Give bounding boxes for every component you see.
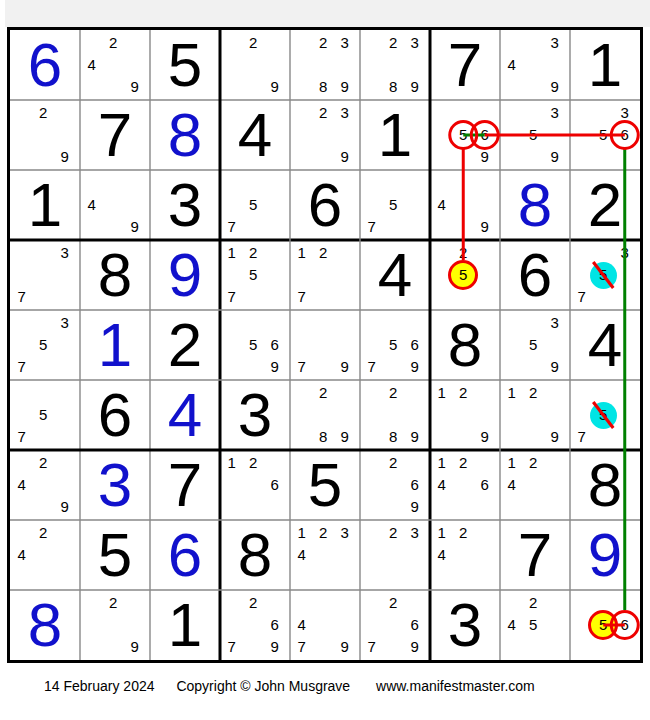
cell-r9c7[interactable]: 3 (430, 590, 500, 660)
cell-r2c3[interactable]: 8 (150, 100, 220, 170)
digit-solved: 8 (10, 590, 80, 660)
candidate-7: 7 (12, 357, 32, 377)
candidate-2: 2 (383, 453, 403, 473)
candidate-9: 9 (55, 147, 75, 167)
candidate-8: 8 (313, 427, 333, 447)
candidate-3: 3 (405, 523, 425, 543)
cell-r3c6[interactable]: 57 (360, 170, 430, 240)
candidate-5: 5 (453, 265, 473, 285)
digit-given: 8 (220, 520, 290, 590)
cell-r2c8[interactable]: 359 (500, 100, 570, 170)
candidate-5: 5 (523, 615, 543, 635)
cell-r7c9[interactable]: 8 (570, 450, 640, 520)
candidate-9: 9 (265, 357, 285, 377)
candidate-9: 9 (335, 77, 355, 97)
digit-given: 4 (220, 100, 290, 170)
cell-r4c9[interactable]: 357 (570, 240, 640, 310)
candidate-9: 9 (405, 497, 425, 517)
candidate-5: 5 (33, 405, 53, 425)
cell-r5c5[interactable]: 79 (290, 310, 360, 380)
digit-given: 2 (570, 170, 640, 240)
candidate-3: 3 (545, 103, 565, 123)
candidate-4: 4 (502, 475, 522, 495)
candidate-2: 2 (453, 383, 473, 403)
candidate-2: 2 (243, 33, 263, 53)
footer-date: 14 February 2024 (44, 678, 155, 694)
digit-solved: 8 (500, 170, 570, 240)
candidate-2: 2 (243, 453, 263, 473)
digit-given: 3 (430, 590, 500, 660)
digit-solved: 9 (150, 240, 220, 310)
candidate-4: 4 (502, 55, 522, 75)
digit-given: 7 (500, 520, 570, 590)
candidate-2: 2 (313, 33, 333, 53)
candidate-9: 9 (265, 637, 285, 657)
candidate-9: 9 (335, 147, 355, 167)
candidate-2: 2 (453, 453, 473, 473)
candidate-3: 3 (55, 313, 75, 333)
footer-copyright: Copyright © John Musgrave (176, 678, 350, 694)
candidate-1: 1 (502, 453, 522, 473)
digit-solved: 6 (10, 30, 80, 100)
candidate-2: 2 (33, 523, 53, 543)
cell-r7c6[interactable]: 269 (360, 450, 430, 520)
candidate-2: 2 (243, 593, 263, 613)
cell-r7c1[interactable]: 249 (10, 450, 80, 520)
candidate-7: 7 (292, 287, 312, 307)
digit-given: 3 (150, 170, 220, 240)
candidate-9: 9 (335, 357, 355, 377)
cell-r6c9[interactable]: 57 (570, 380, 640, 450)
candidate-9: 9 (125, 637, 145, 657)
candidate-8: 8 (383, 427, 403, 447)
cell-r4c6[interactable]: 4 (360, 240, 430, 310)
candidate-1: 1 (222, 453, 242, 473)
top-strip (5, 0, 650, 27)
cell-r6c4[interactable]: 3 (220, 380, 290, 450)
cell-r1c7[interactable]: 7 (430, 30, 500, 100)
candidate-4: 4 (432, 545, 452, 565)
cell-r8c8[interactable]: 7 (500, 520, 570, 590)
candidate-1: 1 (292, 243, 312, 263)
candidate-4: 4 (82, 55, 102, 75)
candidate-4: 4 (502, 615, 522, 635)
cell-r5c8[interactable]: 359 (500, 310, 570, 380)
candidate-6: 6 (405, 475, 425, 495)
cell-r1c4[interactable]: 29 (220, 30, 290, 100)
digit-given: 5 (290, 450, 360, 520)
candidate-5: 5 (243, 195, 263, 215)
footer: 14 February 2024 Copyright © John Musgra… (44, 678, 535, 694)
candidate-7: 7 (572, 287, 592, 307)
candidate-5: 5 (383, 195, 403, 215)
candidate-9: 9 (55, 497, 75, 517)
candidate-1: 1 (432, 453, 452, 473)
digit-solved: 6 (150, 520, 220, 590)
cell-r2c7[interactable]: 569 (430, 100, 500, 170)
cell-r9c3[interactable]: 1 (150, 590, 220, 660)
digit-solved: 4 (150, 380, 220, 450)
candidate-3: 3 (335, 103, 355, 123)
candidate-9: 9 (475, 147, 495, 167)
candidate-4: 4 (12, 475, 32, 495)
cell-r6c8[interactable]: 129 (500, 380, 570, 450)
digit-given: 7 (80, 100, 150, 170)
digit-given: 6 (500, 240, 570, 310)
candidate-2: 2 (523, 383, 543, 403)
cell-r5c3[interactable]: 2 (150, 310, 220, 380)
cell-r8c4[interactable]: 8 (220, 520, 290, 590)
cell-r2c6[interactable]: 1 (360, 100, 430, 170)
digit-given: 6 (80, 380, 150, 450)
candidate-2: 2 (453, 523, 473, 543)
digit-solved: 1 (80, 310, 150, 380)
candidate-3: 3 (335, 523, 355, 543)
cell-r6c5[interactable]: 289 (290, 380, 360, 450)
cell-r2c1[interactable]: 29 (10, 100, 80, 170)
cell-r9c2[interactable]: 29 (80, 590, 150, 660)
digit-given: 4 (570, 310, 640, 380)
candidate-7: 7 (362, 217, 382, 237)
candidate-6: 6 (265, 335, 285, 355)
digit-given: 7 (430, 30, 500, 100)
candidate-2: 2 (313, 523, 333, 543)
candidate-6: 6 (475, 475, 495, 495)
cell-r4c2[interactable]: 8 (80, 240, 150, 310)
digit-given: 5 (80, 520, 150, 590)
footer-website: www.manifestmaster.com (376, 678, 535, 694)
digit-solved: 8 (150, 100, 220, 170)
cell-r3c5[interactable]: 6 (290, 170, 360, 240)
cell-r9c5[interactable]: 479 (290, 590, 360, 660)
cell-r4c8[interactable]: 6 (500, 240, 570, 310)
cell-r9c4[interactable]: 2679 (220, 590, 290, 660)
candidate-9: 9 (545, 427, 565, 447)
candidate-5: 5 (593, 265, 613, 285)
digit-given: 1 (570, 30, 640, 100)
cell-r3c3[interactable]: 3 (150, 170, 220, 240)
digit-given: 1 (10, 170, 80, 240)
cell-r3c4[interactable]: 57 (220, 170, 290, 240)
cell-r9c8[interactable]: 245 (500, 590, 570, 660)
digit-given: 6 (290, 170, 360, 240)
candidate-7: 7 (222, 287, 242, 307)
candidate-8: 8 (313, 77, 333, 97)
cell-r2c9[interactable]: 356 (570, 100, 640, 170)
cells-layer: 6249529238923897349129784239156935935614… (10, 30, 640, 660)
cell-r1c9[interactable]: 1 (570, 30, 640, 100)
cell-r4c1[interactable]: 37 (10, 240, 80, 310)
cell-r3c8[interactable]: 8 (500, 170, 570, 240)
candidate-9: 9 (335, 637, 355, 657)
candidate-2: 2 (523, 453, 543, 473)
digit-given: 8 (570, 450, 640, 520)
candidate-9: 9 (125, 217, 145, 237)
cell-r6c6[interactable]: 289 (360, 380, 430, 450)
digit-solved: 3 (80, 450, 150, 520)
candidate-9: 9 (405, 427, 425, 447)
candidate-9: 9 (405, 77, 425, 97)
cell-r6c3[interactable]: 4 (150, 380, 220, 450)
digit-given: 3 (220, 380, 290, 450)
cell-r9c1[interactable]: 8 (10, 590, 80, 660)
candidate-3: 3 (335, 33, 355, 53)
candidate-2: 2 (383, 383, 403, 403)
cell-r5c7[interactable]: 8 (430, 310, 500, 380)
cell-r1c8[interactable]: 349 (500, 30, 570, 100)
candidate-6: 6 (265, 475, 285, 495)
cell-r8c7[interactable]: 124 (430, 520, 500, 590)
cell-r6c1[interactable]: 57 (10, 380, 80, 450)
candidate-3: 3 (615, 243, 635, 263)
cell-r8c1[interactable]: 24 (10, 520, 80, 590)
cell-r1c3[interactable]: 5 (150, 30, 220, 100)
cell-r5c9[interactable]: 4 (570, 310, 640, 380)
candidate-2: 2 (313, 243, 333, 263)
cell-r1c6[interactable]: 2389 (360, 30, 430, 100)
cell-r7c2[interactable]: 3 (80, 450, 150, 520)
candidate-5: 5 (33, 335, 53, 355)
candidate-9: 9 (405, 637, 425, 657)
candidate-2: 2 (33, 453, 53, 473)
cell-r6c7[interactable]: 129 (430, 380, 500, 450)
candidate-7: 7 (572, 427, 592, 447)
cell-r7c3[interactable]: 7 (150, 450, 220, 520)
candidate-4: 4 (82, 195, 102, 215)
candidate-5: 5 (243, 265, 263, 285)
candidate-5: 5 (593, 615, 613, 635)
digit-given: 7 (150, 450, 220, 520)
candidate-9: 9 (405, 357, 425, 377)
candidate-9: 9 (475, 427, 495, 447)
cell-r5c2[interactable]: 1 (80, 310, 150, 380)
digit-solved: 9 (570, 520, 640, 590)
candidate-7: 7 (292, 637, 312, 657)
cell-r7c8[interactable]: 124 (500, 450, 570, 520)
cell-r1c2[interactable]: 249 (80, 30, 150, 100)
candidate-9: 9 (545, 147, 565, 167)
candidate-1: 1 (432, 383, 452, 403)
candidate-3: 3 (545, 313, 565, 333)
cell-r6c2[interactable]: 6 (80, 380, 150, 450)
candidate-5: 5 (383, 335, 403, 355)
cell-r5c6[interactable]: 5679 (360, 310, 430, 380)
cell-r1c5[interactable]: 2389 (290, 30, 360, 100)
candidate-1: 1 (292, 523, 312, 543)
candidate-1: 1 (222, 243, 242, 263)
cell-r5c4[interactable]: 569 (220, 310, 290, 380)
candidate-2: 2 (453, 243, 473, 263)
cell-r2c4[interactable]: 4 (220, 100, 290, 170)
candidate-2: 2 (103, 593, 123, 613)
cell-r2c2[interactable]: 7 (80, 100, 150, 170)
candidate-9: 9 (545, 77, 565, 97)
digit-given: 8 (80, 240, 150, 310)
candidate-3: 3 (55, 243, 75, 263)
cell-r4c4[interactable]: 1257 (220, 240, 290, 310)
candidate-6: 6 (405, 335, 425, 355)
digit-given: 2 (150, 310, 220, 380)
candidate-9: 9 (125, 77, 145, 97)
cell-r4c5[interactable]: 127 (290, 240, 360, 310)
candidate-9: 9 (545, 357, 565, 377)
candidate-7: 7 (222, 217, 242, 237)
candidate-1: 1 (502, 383, 522, 403)
candidate-6: 6 (405, 615, 425, 635)
digit-given: 5 (150, 30, 220, 100)
candidate-2: 2 (383, 593, 403, 613)
digit-given: 1 (150, 590, 220, 660)
candidate-2: 2 (103, 33, 123, 53)
cell-r3c1[interactable]: 1 (10, 170, 80, 240)
cell-r4c3[interactable]: 9 (150, 240, 220, 310)
candidate-7: 7 (292, 357, 312, 377)
digit-given: 1 (360, 100, 430, 170)
candidate-4: 4 (432, 195, 452, 215)
candidate-5: 5 (243, 335, 263, 355)
candidate-6: 6 (475, 125, 495, 145)
candidate-9: 9 (475, 217, 495, 237)
candidate-4: 4 (292, 615, 312, 635)
candidate-2: 2 (33, 103, 53, 123)
cell-r3c7[interactable]: 49 (430, 170, 500, 240)
candidate-7: 7 (362, 637, 382, 657)
cell-r8c2[interactable]: 5 (80, 520, 150, 590)
cell-r8c9[interactable]: 9 (570, 520, 640, 590)
cell-r8c3[interactable]: 6 (150, 520, 220, 590)
cell-r8c5[interactable]: 1234 (290, 520, 360, 590)
cell-r9c9[interactable]: 56 (570, 590, 640, 660)
candidate-2: 2 (383, 33, 403, 53)
candidate-7: 7 (12, 427, 32, 447)
cell-r7c4[interactable]: 126 (220, 450, 290, 520)
candidate-3: 3 (405, 33, 425, 53)
cell-r3c9[interactable]: 2 (570, 170, 640, 240)
cell-r2c5[interactable]: 239 (290, 100, 360, 170)
candidate-2: 2 (313, 103, 333, 123)
page: 6249529238923897349129784239156935935614… (0, 0, 650, 720)
cell-r7c5[interactable]: 5 (290, 450, 360, 520)
candidate-6: 6 (615, 125, 635, 145)
candidate-6: 6 (265, 615, 285, 635)
candidate-9: 9 (335, 427, 355, 447)
candidate-3: 3 (615, 103, 635, 123)
cell-r3c2[interactable]: 49 (80, 170, 150, 240)
candidate-2: 2 (313, 383, 333, 403)
candidate-7: 7 (222, 637, 242, 657)
candidate-2: 2 (243, 243, 263, 263)
cell-r4c7[interactable]: 25 (430, 240, 500, 310)
candidate-4: 4 (12, 545, 32, 565)
cell-r7c7[interactable]: 1246 (430, 450, 500, 520)
candidate-4: 4 (432, 475, 452, 495)
candidate-3: 3 (545, 33, 565, 53)
digit-given: 4 (360, 240, 430, 310)
candidate-6: 6 (615, 615, 635, 635)
candidate-5: 5 (453, 125, 473, 145)
candidate-7: 7 (362, 357, 382, 377)
digit-given: 8 (430, 310, 500, 380)
candidate-8: 8 (383, 77, 403, 97)
candidate-4: 4 (292, 545, 312, 565)
cell-r9c6[interactable]: 2679 (360, 590, 430, 660)
candidate-7: 7 (12, 287, 32, 307)
candidate-5: 5 (593, 405, 613, 425)
candidate-5: 5 (523, 335, 543, 355)
candidate-1: 1 (432, 523, 452, 543)
cell-r5c1[interactable]: 357 (10, 310, 80, 380)
candidate-5: 5 (593, 125, 613, 145)
sudoku-board: 6249529238923897349129784239156935935614… (7, 27, 643, 663)
cell-r1c1[interactable]: 6 (10, 30, 80, 100)
candidate-2: 2 (383, 523, 403, 543)
candidate-9: 9 (265, 77, 285, 97)
cell-r8c6[interactable]: 23 (360, 520, 430, 590)
candidate-5: 5 (523, 125, 543, 145)
candidate-2: 2 (523, 593, 543, 613)
